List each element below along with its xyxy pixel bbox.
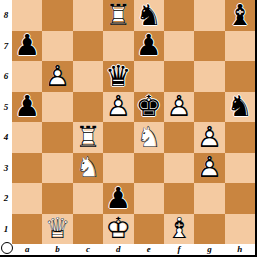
square-e7[interactable]: ♟ [134, 31, 164, 62]
white-rook-d8: ♜♖ [103, 0, 133, 31]
square-e4[interactable]: ♞♘ [134, 122, 164, 153]
file-label-b: b [42, 244, 72, 255]
square-d1[interactable]: ♚♔ [103, 214, 133, 245]
square-f6[interactable] [164, 61, 194, 92]
white-pawn-d5: ♟♙ [103, 92, 133, 123]
square-a8[interactable] [12, 0, 42, 31]
black-queen-d6: ♛ [103, 61, 133, 92]
square-g5[interactable] [194, 92, 224, 123]
square-c8[interactable] [73, 0, 103, 31]
square-b7[interactable] [42, 31, 72, 62]
side-to-move-icon [1, 242, 13, 254]
square-a1[interactable] [12, 214, 42, 245]
rank-label-2: 2 [0, 183, 12, 214]
square-g4[interactable]: ♟♙ [194, 122, 224, 153]
square-e8[interactable]: ♞ [134, 0, 164, 31]
square-c4[interactable]: ♜♖ [73, 122, 103, 153]
rank-label-4: 4 [0, 122, 12, 153]
square-f7[interactable] [164, 31, 194, 62]
black-knight-h5: ♞ [225, 92, 255, 123]
square-a7[interactable]: ♟ [12, 31, 42, 62]
black-pawn-a7: ♟ [12, 31, 42, 62]
rank-label-5: 5 [0, 92, 12, 123]
square-h8[interactable]: ♝ [225, 0, 255, 31]
square-b1[interactable]: ♛♕ [42, 214, 72, 245]
white-queen-b1: ♛♕ [42, 214, 72, 245]
square-g6[interactable] [194, 61, 224, 92]
square-d3[interactable] [103, 153, 133, 184]
square-g7[interactable] [194, 31, 224, 62]
file-label-h: h [225, 244, 255, 255]
square-d5[interactable]: ♟♙ [103, 92, 133, 123]
square-e5[interactable]: ♚ [134, 92, 164, 123]
rank-label-7: 7 [0, 31, 12, 62]
black-bishop-h8: ♝ [225, 0, 255, 31]
chess-diagram: 87654321 ♜♖♞♝♟♟♟♙♛♟♟♙♚♟♙♞♜♖♞♘♟♙♞♘♟♙♟♛♕♚♔… [0, 0, 257, 257]
square-f8[interactable] [164, 0, 194, 31]
rank-label-1: 1 [0, 214, 12, 245]
square-a4[interactable] [12, 122, 42, 153]
square-e2[interactable] [134, 183, 164, 214]
rank-label-3: 3 [0, 153, 12, 184]
square-d8[interactable]: ♜♖ [103, 0, 133, 31]
square-h3[interactable] [225, 153, 255, 184]
square-e3[interactable] [134, 153, 164, 184]
white-bishop-f1: ♝♗ [164, 214, 194, 245]
square-b6[interactable]: ♟♙ [42, 61, 72, 92]
square-a2[interactable] [12, 183, 42, 214]
square-c6[interactable] [73, 61, 103, 92]
white-pawn-b6: ♟♙ [42, 61, 72, 92]
square-h6[interactable] [225, 61, 255, 92]
file-label-e: e [134, 244, 164, 255]
black-pawn-e7: ♟ [134, 31, 164, 62]
file-label-d: d [103, 244, 133, 255]
square-c3[interactable]: ♞♘ [73, 153, 103, 184]
square-h4[interactable] [225, 122, 255, 153]
square-e1[interactable] [134, 214, 164, 245]
square-d7[interactable] [103, 31, 133, 62]
square-g3[interactable]: ♟♙ [194, 153, 224, 184]
square-g2[interactable] [194, 183, 224, 214]
square-f2[interactable] [164, 183, 194, 214]
square-d6[interactable]: ♛ [103, 61, 133, 92]
rank-labels: 87654321 [0, 0, 12, 244]
white-pawn-g4: ♟♙ [194, 122, 224, 153]
square-c2[interactable] [73, 183, 103, 214]
square-c7[interactable] [73, 31, 103, 62]
black-pawn-a5: ♟ [12, 92, 42, 123]
square-a6[interactable] [12, 61, 42, 92]
square-b2[interactable] [42, 183, 72, 214]
square-a3[interactable] [12, 153, 42, 184]
white-pawn-f5: ♟♙ [164, 92, 194, 123]
square-d2[interactable]: ♟ [103, 183, 133, 214]
rank-label-6: 6 [0, 61, 12, 92]
square-b5[interactable] [42, 92, 72, 123]
square-f4[interactable] [164, 122, 194, 153]
file-label-a: a [12, 244, 42, 255]
square-g1[interactable] [194, 214, 224, 245]
square-b3[interactable] [42, 153, 72, 184]
file-label-c: c [73, 244, 103, 255]
square-g8[interactable] [194, 0, 224, 31]
square-c1[interactable] [73, 214, 103, 245]
file-labels: abcdefgh [12, 244, 255, 255]
rank-label-8: 8 [0, 0, 12, 31]
file-label-f: f [164, 244, 194, 255]
square-d4[interactable] [103, 122, 133, 153]
square-h1[interactable] [225, 214, 255, 245]
white-knight-c3: ♞♘ [73, 153, 103, 184]
black-king-e5: ♚ [134, 92, 164, 123]
square-h7[interactable] [225, 31, 255, 62]
file-label-g: g [194, 244, 224, 255]
black-pawn-d2: ♟ [103, 183, 133, 214]
square-f3[interactable] [164, 153, 194, 184]
square-b8[interactable] [42, 0, 72, 31]
square-f1[interactable]: ♝♗ [164, 214, 194, 245]
chess-board: ♜♖♞♝♟♟♟♙♛♟♟♙♚♟♙♞♜♖♞♘♟♙♞♘♟♙♟♛♕♚♔♝♗ [12, 0, 255, 244]
white-pawn-g3: ♟♙ [194, 153, 224, 184]
white-king-d1: ♚♔ [103, 214, 133, 245]
square-f5[interactable]: ♟♙ [164, 92, 194, 123]
square-b4[interactable] [42, 122, 72, 153]
square-c5[interactable] [73, 92, 103, 123]
square-h2[interactable] [225, 183, 255, 214]
square-a5[interactable]: ♟ [12, 92, 42, 123]
white-knight-e4: ♞♘ [134, 122, 164, 153]
square-e6[interactable] [134, 61, 164, 92]
black-knight-e8: ♞ [134, 0, 164, 31]
square-h5[interactable]: ♞ [225, 92, 255, 123]
white-rook-c4: ♜♖ [73, 122, 103, 153]
